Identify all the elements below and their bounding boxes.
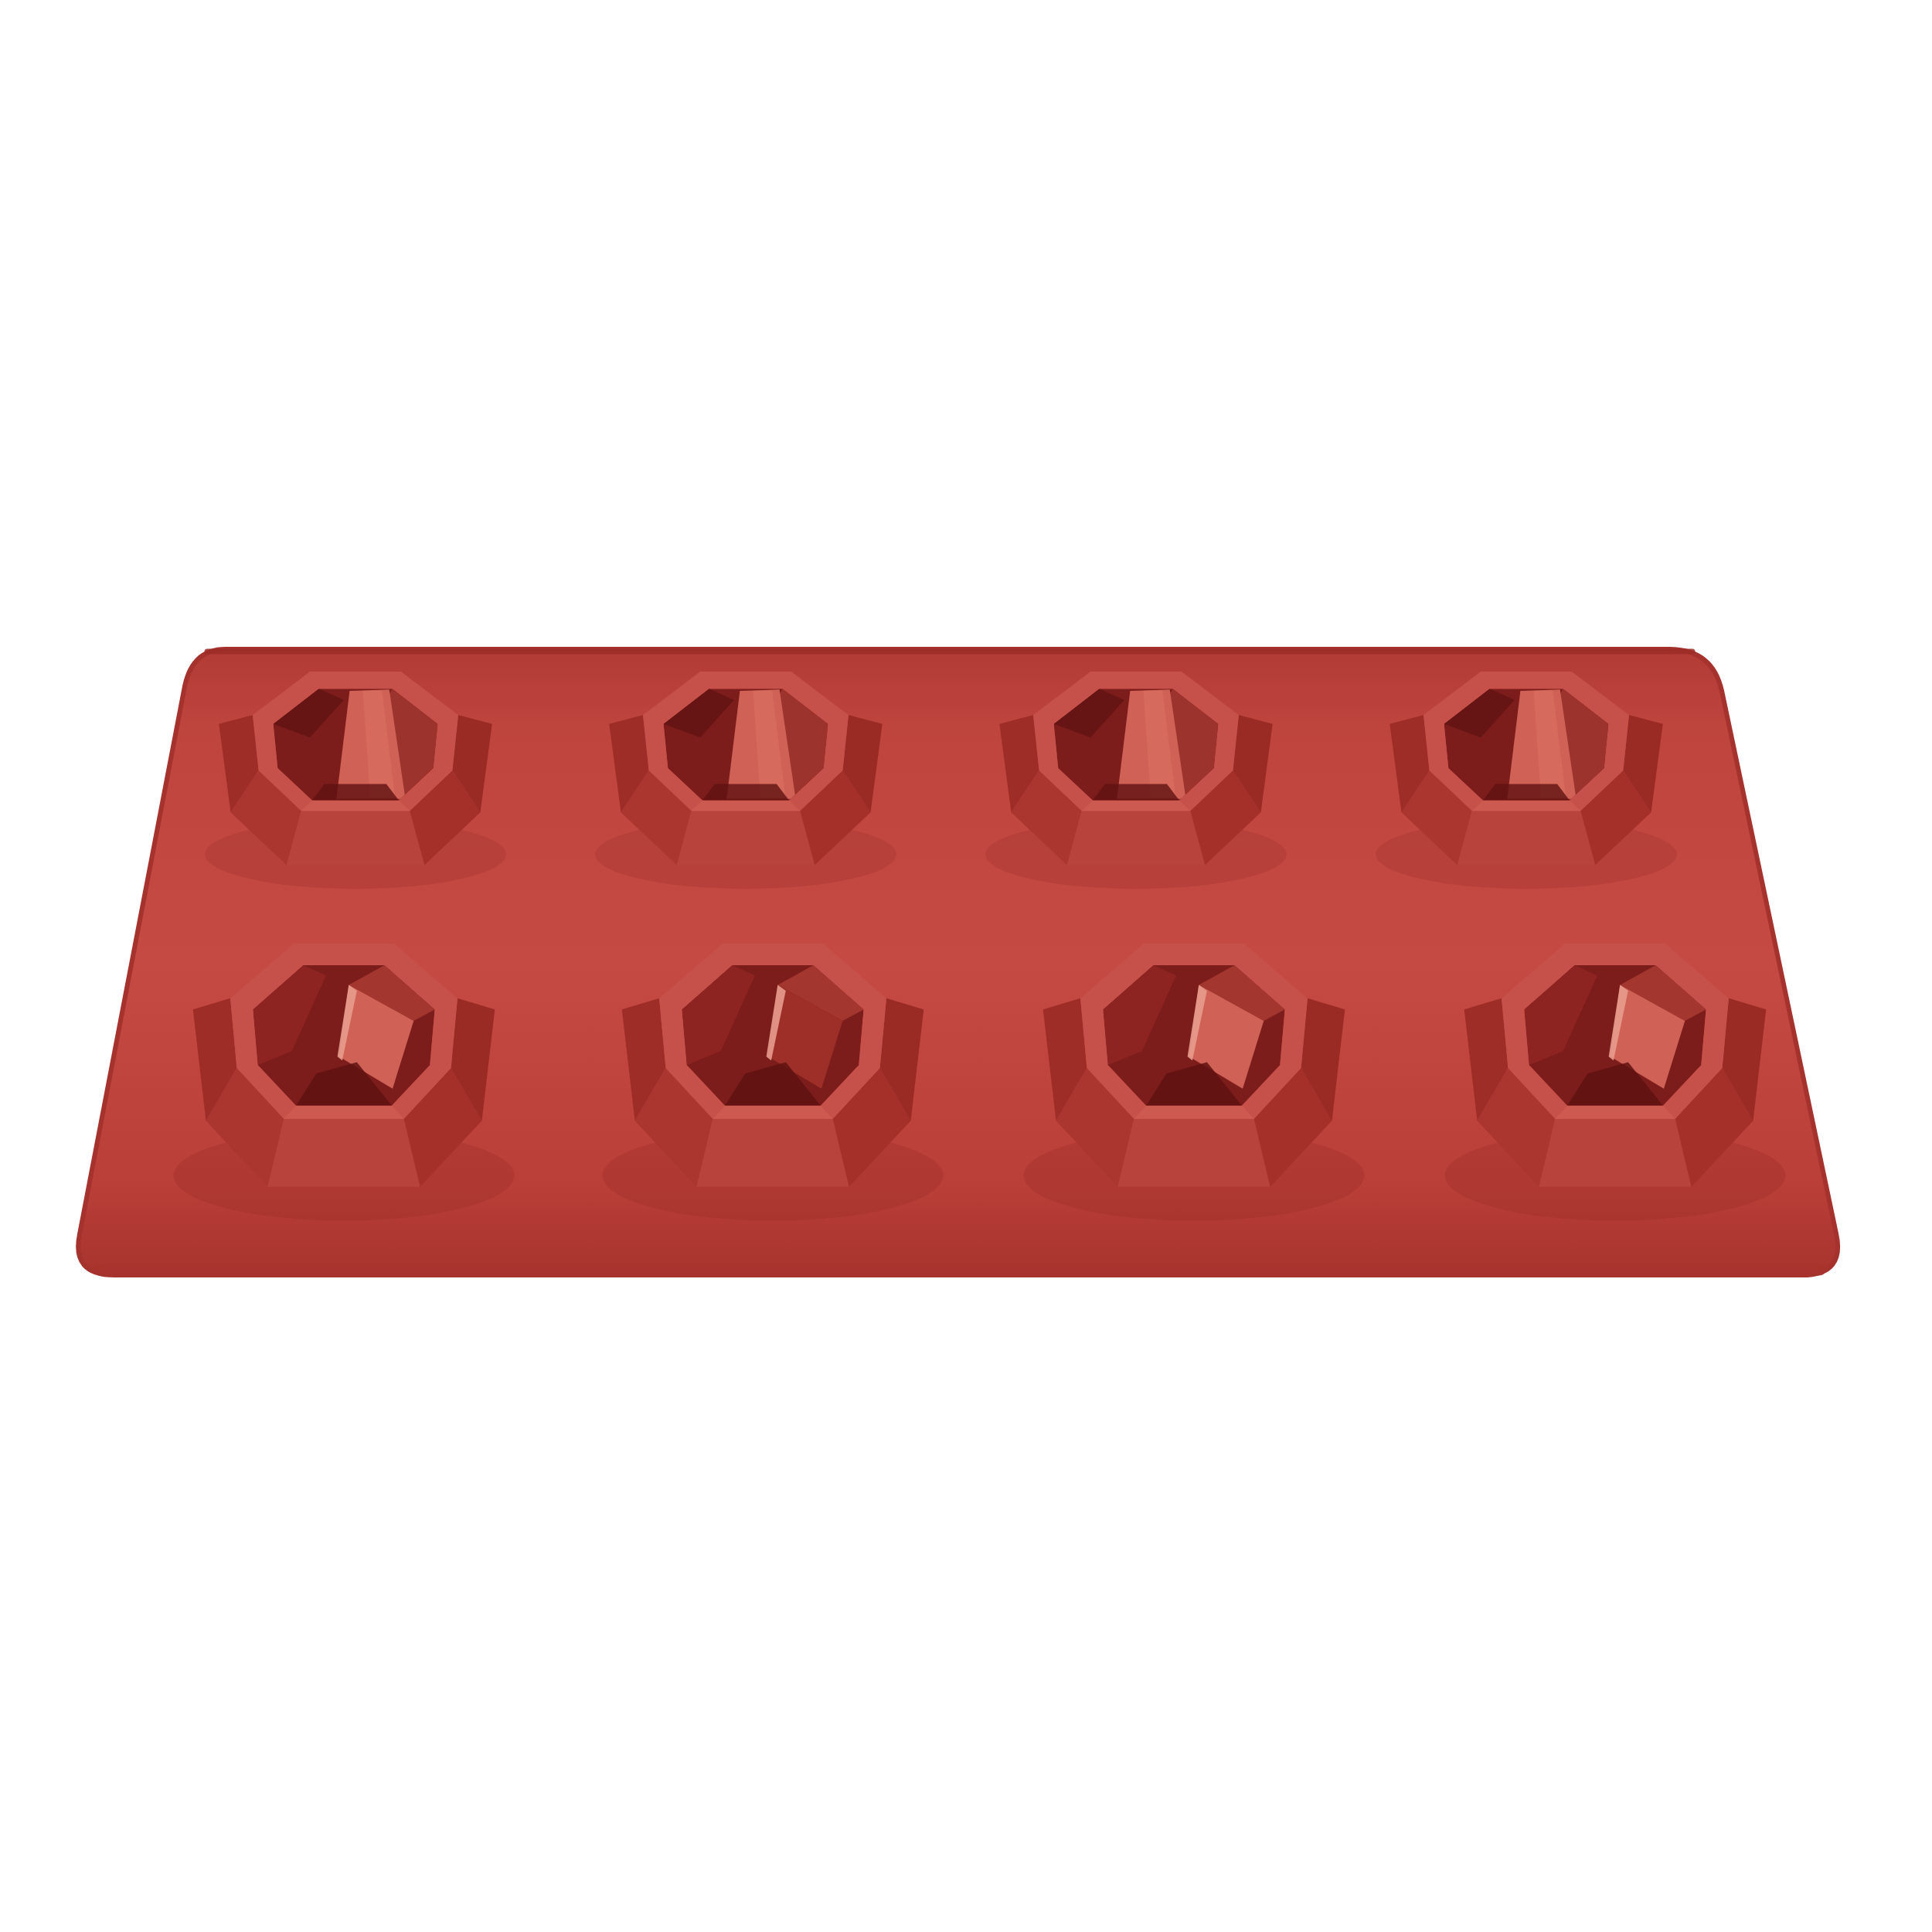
product-photo: Red silicone mold tray with 8 faceted di… xyxy=(0,0,1932,1932)
mold-tray-graphic xyxy=(0,0,1932,1932)
